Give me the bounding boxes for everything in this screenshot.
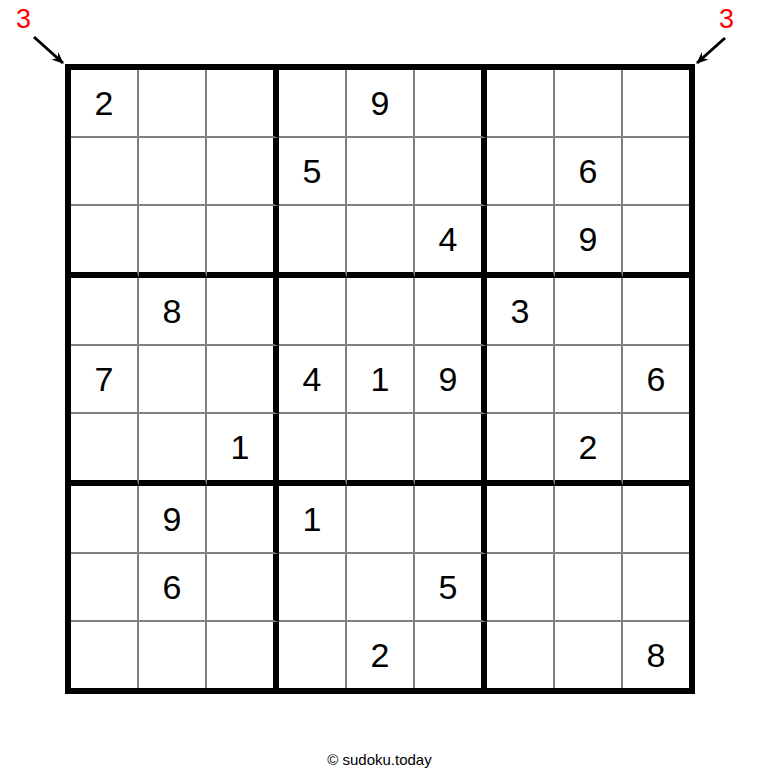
cell-r3c7[interactable] xyxy=(487,206,555,278)
cell-r6c5[interactable] xyxy=(347,414,415,486)
cell-r7c4[interactable]: 1 xyxy=(279,486,347,554)
cell-r4c1[interactable] xyxy=(71,278,139,346)
cell-r2c8[interactable]: 6 xyxy=(555,138,623,206)
cell-r2c7[interactable] xyxy=(487,138,555,206)
cell-r4c3[interactable] xyxy=(207,278,279,346)
cell-r4c5[interactable] xyxy=(347,278,415,346)
cell-r2c4[interactable]: 5 xyxy=(279,138,347,206)
cell-r1c4[interactable] xyxy=(279,70,347,138)
cell-r1c6[interactable] xyxy=(415,70,487,138)
cell-r6c2[interactable] xyxy=(139,414,207,486)
cell-r6c8[interactable]: 2 xyxy=(555,414,623,486)
cell-r5c6[interactable]: 9 xyxy=(415,346,487,414)
cell-r6c4[interactable] xyxy=(279,414,347,486)
cell-r1c7[interactable] xyxy=(487,70,555,138)
cell-r8c5[interactable] xyxy=(347,554,415,622)
cell-r3c3[interactable] xyxy=(207,206,279,278)
cell-r1c9[interactable] xyxy=(623,70,689,138)
cell-r4c4[interactable] xyxy=(279,278,347,346)
cell-r2c9[interactable] xyxy=(623,138,689,206)
cell-r1c8[interactable] xyxy=(555,70,623,138)
cell-r6c3[interactable]: 1 xyxy=(207,414,279,486)
cell-r7c1[interactable] xyxy=(71,486,139,554)
cell-r4c2[interactable]: 8 xyxy=(139,278,207,346)
cell-r8c4[interactable] xyxy=(279,554,347,622)
cell-r8c1[interactable] xyxy=(71,554,139,622)
cell-r3c6[interactable]: 4 xyxy=(415,206,487,278)
cell-r4c9[interactable] xyxy=(623,278,689,346)
cell-r9c5[interactable]: 2 xyxy=(347,622,415,688)
cell-r4c8[interactable] xyxy=(555,278,623,346)
cell-r3c2[interactable] xyxy=(139,206,207,278)
cell-r8c8[interactable] xyxy=(555,554,623,622)
sudoku-board: 295649837419612916528 xyxy=(65,64,695,694)
cell-r4c7[interactable]: 3 xyxy=(487,278,555,346)
corner-clue-top-left: 3 xyxy=(16,6,31,33)
cell-r6c9[interactable] xyxy=(623,414,689,486)
cell-r5c1[interactable]: 7 xyxy=(71,346,139,414)
cell-r1c1[interactable]: 2 xyxy=(71,70,139,138)
cell-r6c7[interactable] xyxy=(487,414,555,486)
cell-r9c9[interactable]: 8 xyxy=(623,622,689,688)
cell-r1c5[interactable]: 9 xyxy=(347,70,415,138)
cell-r4c6[interactable] xyxy=(415,278,487,346)
copyright-text: © sudoku.today xyxy=(0,751,759,768)
cell-r5c3[interactable] xyxy=(207,346,279,414)
cell-r5c8[interactable] xyxy=(555,346,623,414)
cell-r8c3[interactable] xyxy=(207,554,279,622)
cell-r7c3[interactable] xyxy=(207,486,279,554)
cell-r9c2[interactable] xyxy=(139,622,207,688)
cell-r8c7[interactable] xyxy=(487,554,555,622)
cell-r5c2[interactable] xyxy=(139,346,207,414)
cell-r2c3[interactable] xyxy=(207,138,279,206)
cell-r1c3[interactable] xyxy=(207,70,279,138)
sudoku-page: 3 3 295649837419612916528 © sudoku.today xyxy=(0,0,759,779)
cell-r5c5[interactable]: 1 xyxy=(347,346,415,414)
cell-r7c8[interactable] xyxy=(555,486,623,554)
cell-r8c6[interactable]: 5 xyxy=(415,554,487,622)
cell-r3c9[interactable] xyxy=(623,206,689,278)
cell-r1c2[interactable] xyxy=(139,70,207,138)
cell-r3c4[interactable] xyxy=(279,206,347,278)
cell-r9c3[interactable] xyxy=(207,622,279,688)
cell-r8c2[interactable]: 6 xyxy=(139,554,207,622)
cell-r8c9[interactable] xyxy=(623,554,689,622)
cell-r6c1[interactable] xyxy=(71,414,139,486)
cell-r9c1[interactable] xyxy=(71,622,139,688)
cell-r9c7[interactable] xyxy=(487,622,555,688)
cell-r2c6[interactable] xyxy=(415,138,487,206)
cell-r7c7[interactable] xyxy=(487,486,555,554)
cell-r3c8[interactable]: 9 xyxy=(555,206,623,278)
cell-r2c2[interactable] xyxy=(139,138,207,206)
cell-r5c7[interactable] xyxy=(487,346,555,414)
cell-r7c9[interactable] xyxy=(623,486,689,554)
cell-r6c6[interactable] xyxy=(415,414,487,486)
cell-r7c5[interactable] xyxy=(347,486,415,554)
arrow-top-left-icon xyxy=(34,37,63,63)
cell-r3c5[interactable] xyxy=(347,206,415,278)
cell-r2c5[interactable] xyxy=(347,138,415,206)
cell-r5c9[interactable]: 6 xyxy=(623,346,689,414)
cell-r7c6[interactable] xyxy=(415,486,487,554)
cell-r2c1[interactable] xyxy=(71,138,139,206)
cell-r9c6[interactable] xyxy=(415,622,487,688)
corner-clue-top-right: 3 xyxy=(719,6,734,33)
cell-r9c4[interactable] xyxy=(279,622,347,688)
cell-r5c4[interactable]: 4 xyxy=(279,346,347,414)
cell-r3c1[interactable] xyxy=(71,206,139,278)
arrow-top-right-icon xyxy=(697,38,725,63)
cell-r9c8[interactable] xyxy=(555,622,623,688)
cell-r7c2[interactable]: 9 xyxy=(139,486,207,554)
